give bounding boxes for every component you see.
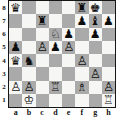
square-f6[interactable] (75, 28, 88, 41)
square-d2[interactable]: ♖ (49, 81, 62, 94)
black-knight[interactable]: ♞ (22, 54, 35, 67)
square-a4[interactable]: ♛ (9, 54, 22, 67)
white-pawn[interactable]: ♙ (102, 81, 115, 94)
square-a3[interactable] (9, 67, 22, 80)
white-rook[interactable]: ♖ (49, 81, 62, 94)
square-h7[interactable]: ♟ (102, 14, 115, 27)
rank-label-3: 3 (0, 67, 8, 80)
square-a1[interactable] (9, 94, 22, 107)
white-pawn[interactable]: ♙ (36, 41, 49, 54)
square-g3[interactable]: ♙ (89, 67, 102, 80)
square-d8[interactable] (49, 1, 62, 14)
square-a7[interactable] (9, 14, 22, 27)
square-f7[interactable]: ♟ (75, 14, 88, 27)
file-label-e: e (62, 108, 75, 118)
white-pawn[interactable]: ♙ (9, 81, 22, 94)
white-pawn[interactable]: ♙ (89, 67, 102, 80)
square-f5[interactable] (75, 41, 88, 54)
square-e7[interactable] (62, 14, 75, 27)
white-pawn[interactable]: ♙ (75, 54, 88, 67)
square-a6[interactable] (9, 28, 22, 41)
rank-label-5: 5 (0, 41, 8, 54)
square-f4[interactable]: ♙ (75, 54, 88, 67)
square-h3[interactable] (102, 67, 115, 80)
square-g1[interactable] (89, 94, 102, 107)
white-bishop[interactable]: ♗ (75, 81, 88, 94)
square-c1[interactable] (36, 94, 49, 107)
white-rook[interactable]: ♖ (102, 94, 115, 107)
rank-labels: 87654321 (0, 1, 8, 107)
square-b5[interactable] (22, 41, 35, 54)
square-e6[interactable]: ♟ (62, 28, 75, 41)
square-g8[interactable]: ♚ (89, 1, 102, 14)
rank-label-8: 8 (0, 1, 8, 14)
square-f1[interactable] (75, 94, 88, 107)
square-g6[interactable]: ♟ (89, 28, 102, 41)
square-b1[interactable]: ♔ (22, 94, 35, 107)
square-d1[interactable] (49, 94, 62, 107)
black-pawn[interactable]: ♟ (89, 28, 102, 41)
square-g4[interactable] (89, 54, 102, 67)
black-pawn[interactable]: ♟ (75, 14, 88, 27)
square-c3[interactable] (36, 67, 49, 80)
square-b3[interactable] (22, 67, 35, 80)
square-f8[interactable]: ♜ (75, 1, 88, 14)
square-c2[interactable] (36, 81, 49, 94)
black-king[interactable]: ♚ (89, 1, 102, 14)
square-e8[interactable] (62, 1, 75, 14)
black-pawn[interactable]: ♟ (102, 14, 115, 27)
square-g2[interactable] (89, 81, 102, 94)
square-h6[interactable] (102, 28, 115, 41)
square-h1[interactable]: ♖ (102, 94, 115, 107)
square-h4[interactable] (102, 54, 115, 67)
white-pawn[interactable]: ♙ (22, 81, 35, 94)
square-d5[interactable]: ♟ (49, 41, 62, 54)
square-d7[interactable] (49, 14, 62, 27)
rank-label-1: 1 (0, 94, 8, 107)
file-label-c: c (36, 108, 49, 118)
black-bishop[interactable]: ♝ (89, 14, 102, 27)
black-rook[interactable]: ♜ (75, 1, 88, 14)
file-label-b: b (22, 108, 35, 118)
square-b7[interactable] (22, 14, 35, 27)
square-b8[interactable] (22, 1, 35, 14)
file-label-d: d (49, 108, 62, 118)
square-h5[interactable] (102, 41, 115, 54)
rank-label-7: 7 (0, 14, 8, 27)
square-c4[interactable] (36, 54, 49, 67)
file-label-a: a (9, 108, 22, 118)
file-label-g: g (89, 108, 102, 118)
square-f3[interactable] (75, 67, 88, 80)
black-pawn[interactable]: ♟ (9, 41, 22, 54)
file-labels: abcdefgh (9, 108, 115, 118)
rank-label-2: 2 (0, 81, 8, 94)
square-b4[interactable]: ♞ (22, 54, 35, 67)
square-e3[interactable] (62, 67, 75, 80)
square-c7[interactable]: ♜ (36, 14, 49, 27)
square-b2[interactable]: ♙ (22, 81, 35, 94)
black-pawn[interactable]: ♟ (62, 28, 75, 41)
square-h2[interactable]: ♙ (102, 81, 115, 94)
square-c8[interactable] (36, 1, 49, 14)
black-rook[interactable]: ♜ (36, 14, 49, 27)
black-pawn[interactable]: ♟ (49, 41, 62, 54)
rank-label-6: 6 (0, 28, 8, 41)
square-a2[interactable]: ♙ (9, 81, 22, 94)
square-e4[interactable] (62, 54, 75, 67)
square-e5[interactable]: ♙ (62, 41, 75, 54)
square-d3[interactable] (49, 67, 62, 80)
square-h8[interactable] (102, 1, 115, 14)
square-d6[interactable]: ♘ (49, 28, 62, 41)
square-e1[interactable] (62, 94, 75, 107)
rank-label-4: 4 (0, 54, 8, 67)
black-queen[interactable]: ♛ (9, 54, 22, 67)
square-a5[interactable]: ♟ (9, 41, 22, 54)
square-a8[interactable]: ♛ (9, 1, 22, 14)
file-label-f: f (75, 108, 88, 118)
square-c5[interactable]: ♙ (36, 41, 49, 54)
square-g7[interactable]: ♝ (89, 14, 102, 27)
chess-diagram: 87654321 ♛♜♚♜♟♝♟♘♟♟♟♙♟♙♛♞♙♙♙♙♖♗♙♔♖ abcde… (0, 0, 118, 118)
square-c6[interactable] (36, 28, 49, 41)
square-g5[interactable] (89, 41, 102, 54)
white-king[interactable]: ♔ (22, 94, 35, 107)
white-knight[interactable]: ♘ (49, 28, 62, 41)
square-e2[interactable] (62, 81, 75, 94)
square-f2[interactable]: ♗ (75, 81, 88, 94)
square-b6[interactable] (22, 28, 35, 41)
board: ♛♜♚♜♟♝♟♘♟♟♟♙♟♙♛♞♙♙♙♙♖♗♙♔♖ (8, 0, 116, 108)
file-label-h: h (102, 108, 115, 118)
white-pawn[interactable]: ♙ (62, 41, 75, 54)
square-d4[interactable] (49, 54, 62, 67)
black-queen[interactable]: ♛ (9, 1, 22, 14)
